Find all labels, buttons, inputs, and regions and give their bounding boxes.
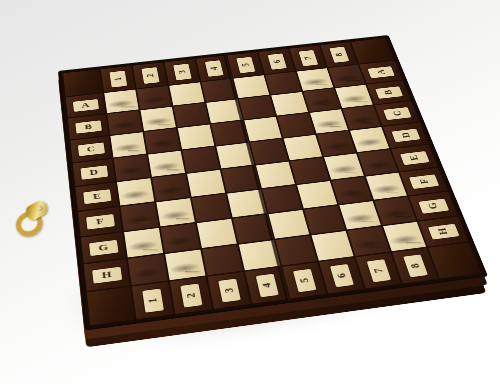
rank-label-top-5: 5 xyxy=(227,52,263,77)
file-label-left-G-inset: G xyxy=(89,240,118,256)
square-g2 xyxy=(161,223,200,252)
file-label-left-F-inset: F xyxy=(86,214,115,230)
square-a1 xyxy=(104,90,138,113)
file-label-right-D: D xyxy=(383,123,428,149)
rank-label-bottom-2-inset: 2 xyxy=(180,283,202,307)
rank-label-top-1-inset: 1 xyxy=(109,70,127,87)
square-b8 xyxy=(335,85,373,108)
file-label-left-B-inset: B xyxy=(75,120,102,133)
rank-label-top-3: 3 xyxy=(165,59,200,85)
border-corner-top-right xyxy=(351,38,394,63)
file-label-left-E: E xyxy=(75,182,118,210)
rank-label-top-2: 2 xyxy=(133,62,168,88)
file-label-right-G-inset: G xyxy=(418,198,449,213)
rank-label-bottom-5-inset: 5 xyxy=(292,269,315,292)
file-label-left-D-inset: D xyxy=(80,165,108,179)
rank-label-top-1: 1 xyxy=(101,66,135,92)
square-e7 xyxy=(324,153,364,179)
square-b3 xyxy=(173,103,209,127)
square-e2 xyxy=(152,174,190,201)
file-label-right-A: A xyxy=(359,61,402,84)
square-h1 xyxy=(128,254,168,285)
square-a2 xyxy=(137,86,172,109)
rank-label-bottom-7-inset: 7 xyxy=(366,259,390,282)
rank-label-top-6-inset: 6 xyxy=(267,53,286,69)
rank-label-top-4-inset: 4 xyxy=(204,60,223,77)
square-d6 xyxy=(284,135,322,160)
square-c8 xyxy=(343,106,381,130)
file-label-right-C-inset: C xyxy=(383,107,411,120)
rank-label-top-2-inset: 2 xyxy=(141,67,159,84)
square-c3 xyxy=(178,124,215,149)
square-d8 xyxy=(350,127,389,152)
square-g6 xyxy=(304,206,345,235)
file-label-right-E: E xyxy=(391,145,437,172)
border-corner-top-left xyxy=(63,69,102,96)
square-e1 xyxy=(117,178,154,205)
file-label-right-C: C xyxy=(375,101,419,126)
square-a8 xyxy=(328,65,365,87)
file-label-left-C-inset: C xyxy=(77,142,104,156)
file-label-right-B: B xyxy=(367,81,410,105)
square-h6 xyxy=(312,231,354,261)
file-label-left-B: B xyxy=(68,114,109,139)
square-g7 xyxy=(339,201,381,229)
square-f1 xyxy=(120,203,158,231)
square-g1 xyxy=(124,228,163,258)
square-d7 xyxy=(317,131,356,156)
file-label-left-C: C xyxy=(70,136,111,162)
square-h7 xyxy=(347,226,390,256)
square-h2 xyxy=(165,250,205,281)
square-f5 xyxy=(262,185,302,213)
square-f7 xyxy=(332,177,373,204)
square-d1 xyxy=(114,155,151,181)
rank-label-top-5-inset: 5 xyxy=(236,57,255,73)
file-label-right-F: F xyxy=(400,168,447,196)
file-label-left-A-inset: A xyxy=(72,99,98,112)
file-label-left-F: F xyxy=(78,207,122,236)
rank-label-top-8-inset: 8 xyxy=(329,46,349,62)
file-label-left-G: G xyxy=(81,232,126,263)
rank-label-bottom-1-inset: 1 xyxy=(142,288,164,312)
file-label-left-E-inset: E xyxy=(83,189,111,204)
square-f6 xyxy=(297,181,337,208)
rank-label-bottom-3: 3 xyxy=(208,272,251,309)
square-e5 xyxy=(256,162,295,189)
square-b2 xyxy=(140,107,175,131)
chess-set-scene: 12345678AABBCCDDEEFFGGHH12345678 ♜♞♝♛♚♝♞… xyxy=(58,35,488,331)
rank-label-bottom-4-inset: 4 xyxy=(255,273,278,297)
square-b6 xyxy=(271,92,308,116)
square-c5 xyxy=(244,117,281,142)
square-e3 xyxy=(187,170,225,197)
square-d5 xyxy=(250,139,288,165)
square-c1 xyxy=(110,132,146,157)
rank-label-bottom-8-inset: 8 xyxy=(403,254,428,277)
file-label-right-A-inset: A xyxy=(367,66,394,78)
file-label-left-H: H xyxy=(84,259,130,291)
brass-clasp xyxy=(2,185,63,245)
square-a6 xyxy=(265,72,301,95)
square-f2 xyxy=(156,198,195,226)
rank-label-bottom-1: 1 xyxy=(132,282,174,319)
square-g5 xyxy=(269,210,310,239)
rank-label-bottom-6-inset: 6 xyxy=(329,264,353,287)
square-b7 xyxy=(303,88,340,111)
rank-label-top-7-inset: 7 xyxy=(298,50,318,66)
file-label-right-H: H xyxy=(419,217,469,247)
rank-label-bottom-5: 5 xyxy=(282,262,326,298)
square-d2 xyxy=(148,151,185,177)
rank-label-bottom-2: 2 xyxy=(170,277,212,314)
square-e6 xyxy=(290,157,329,183)
square-c6 xyxy=(277,113,315,137)
file-label-right-B-inset: B xyxy=(375,86,403,99)
file-label-left-H-inset: H xyxy=(92,266,122,283)
file-label-right-E-inset: E xyxy=(400,151,429,165)
square-g3 xyxy=(197,219,237,248)
file-label-right-D-inset: D xyxy=(391,128,420,142)
rank-label-bottom-3-inset: 3 xyxy=(218,278,241,302)
square-h5 xyxy=(275,236,317,266)
square-d3 xyxy=(182,147,219,173)
square-c2 xyxy=(144,128,180,153)
square-c7 xyxy=(310,109,348,133)
file-label-left-D: D xyxy=(73,159,115,186)
square-a5 xyxy=(233,75,269,98)
square-a7 xyxy=(297,68,333,91)
square-b5 xyxy=(239,96,276,120)
border-corner-bottom-left xyxy=(87,287,135,326)
square-h3 xyxy=(202,245,243,275)
square-f3 xyxy=(192,194,231,222)
file-label-right-H-inset: H xyxy=(427,223,458,239)
file-label-right-G: G xyxy=(409,192,457,221)
file-label-left-A: A xyxy=(66,93,106,117)
file-label-right-F-inset: F xyxy=(409,174,439,189)
rank-label-top-6: 6 xyxy=(259,49,295,74)
square-a3 xyxy=(169,82,204,105)
square-b1 xyxy=(107,110,142,134)
rank-label-top-3-inset: 3 xyxy=(173,63,191,80)
